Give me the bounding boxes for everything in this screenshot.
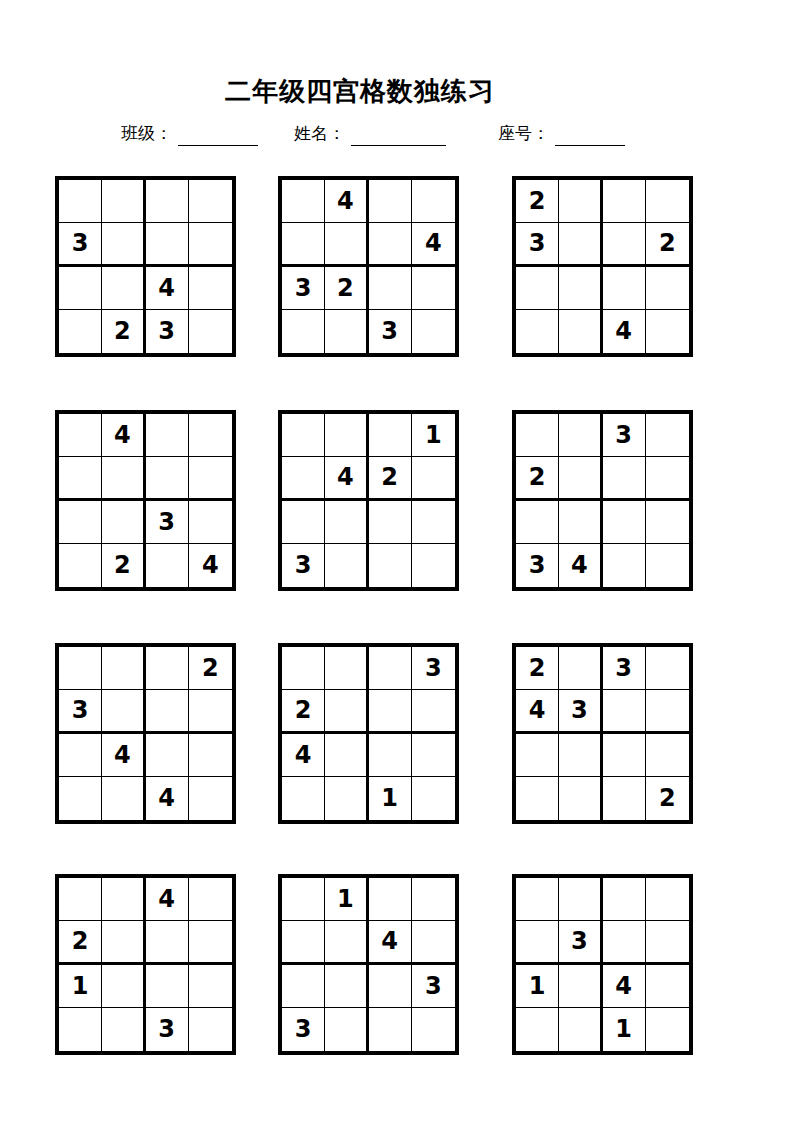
sudoku-cell-p10-r4c4-empty[interactable] <box>189 1008 232 1051</box>
sudoku-cell-p6-r4c3-empty[interactable] <box>603 544 646 587</box>
sudoku-cell-p12-r4c4-empty[interactable] <box>646 1008 689 1051</box>
sudoku-cell-p5-r4c2-empty[interactable] <box>325 544 368 587</box>
class-label: 班级： <box>121 122 172 146</box>
sudoku-cell-p4-r4c3-empty[interactable] <box>146 544 189 587</box>
sudoku-cell-p7-r4c1-empty[interactable] <box>59 777 102 820</box>
sudoku-cell-p5-r1c3-empty[interactable] <box>369 414 412 457</box>
sudoku-cell-p7-r3c4-empty[interactable] <box>189 734 232 777</box>
sudoku-cell-p9-r1c4-empty[interactable] <box>646 647 689 690</box>
sudoku-cell-p8-r2c2-empty[interactable] <box>325 690 368 733</box>
sudoku-cell-p11-r3c4-given: 3 <box>412 965 455 1008</box>
sudoku-cell-p2-r4c3-given: 3 <box>369 310 412 353</box>
sudoku-cell-p1-r4c4-empty[interactable] <box>189 310 232 353</box>
sudoku-cell-p8-r3c3-empty[interactable] <box>369 734 412 777</box>
sudoku-cell-p2-r3c3-empty[interactable] <box>369 267 412 310</box>
sudoku-board-2: 44323 <box>278 176 459 357</box>
sudoku-cell-p1-r1c2-empty[interactable] <box>102 180 145 223</box>
sudoku-cell-p8-r2c1-given: 2 <box>282 690 325 733</box>
sudoku-cell-p1-r3c3-given: 4 <box>146 267 189 310</box>
sudoku-cell-p10-r3c4-empty[interactable] <box>189 965 232 1008</box>
sudoku-board-7: 2344 <box>55 643 236 824</box>
sudoku-cell-p9-r2c3-empty[interactable] <box>603 690 646 733</box>
sudoku-cell-p4-r2c2-empty[interactable] <box>102 457 145 500</box>
sudoku-board-11: 1433 <box>278 874 459 1055</box>
sudoku-cell-p7-r2c4-empty[interactable] <box>189 690 232 733</box>
sudoku-cell-p6-r3c4-empty[interactable] <box>646 501 689 544</box>
sudoku-cell-p1-r4c1-empty[interactable] <box>59 310 102 353</box>
sudoku-cell-p2-r3c4-empty[interactable] <box>412 267 455 310</box>
sudoku-cell-p3-r1c3-empty[interactable] <box>603 180 646 223</box>
sudoku-cell-p9-r3c2-empty[interactable] <box>559 734 602 777</box>
sudoku-cell-p10-r3c2-empty[interactable] <box>102 965 145 1008</box>
sudoku-cell-p10-r2c2-empty[interactable] <box>102 921 145 964</box>
sudoku-cell-p2-r2c3-empty[interactable] <box>369 223 412 266</box>
sudoku-cell-p1-r3c1-empty[interactable] <box>59 267 102 310</box>
sudoku-cell-p9-r3c1-empty[interactable] <box>516 734 559 777</box>
sudoku-cell-p9-r3c3-empty[interactable] <box>603 734 646 777</box>
sudoku-cell-p9-r2c2-given: 3 <box>559 690 602 733</box>
sudoku-cell-p5-r4c4-empty[interactable] <box>412 544 455 587</box>
sudoku-cell-p6-r3c1-empty[interactable] <box>516 501 559 544</box>
sudoku-cell-p1-r4c2-given: 2 <box>102 310 145 353</box>
sudoku-cell-p6-r3c3-empty[interactable] <box>603 501 646 544</box>
sudoku-cell-p12-r2c1-empty[interactable] <box>516 921 559 964</box>
sudoku-cell-p5-r4c3-empty[interactable] <box>369 544 412 587</box>
sudoku-cell-p5-r1c2-empty[interactable] <box>325 414 368 457</box>
sudoku-board-4: 4324 <box>55 410 236 591</box>
sudoku-cell-p9-r1c1-given: 2 <box>516 647 559 690</box>
sudoku-cell-p11-r4c4-empty[interactable] <box>412 1008 455 1051</box>
sudoku-cell-p1-r2c3-empty[interactable] <box>146 223 189 266</box>
sudoku-cell-p10-r4c3-given: 3 <box>146 1008 189 1051</box>
sudoku-cell-p3-r2c3-empty[interactable] <box>603 223 646 266</box>
sudoku-cell-p3-r4c4-empty[interactable] <box>646 310 689 353</box>
sudoku-cell-p2-r4c4-empty[interactable] <box>412 310 455 353</box>
name-field: 姓名： <box>294 122 446 146</box>
sudoku-cell-p10-r1c1-empty[interactable] <box>59 878 102 921</box>
sudoku-cell-p8-r3c1-given: 4 <box>282 734 325 777</box>
sudoku-cell-p11-r4c3-empty[interactable] <box>369 1008 412 1051</box>
sudoku-cell-p3-r3c2-empty[interactable] <box>559 267 602 310</box>
sudoku-board-6: 3234 <box>512 410 693 591</box>
sudoku-cell-p3-r2c2-empty[interactable] <box>559 223 602 266</box>
sudoku-cell-p6-r4c1-given: 3 <box>516 544 559 587</box>
sudoku-cell-p2-r1c4-empty[interactable] <box>412 180 455 223</box>
sudoku-cell-p7-r3c2-given: 4 <box>102 734 145 777</box>
sudoku-cell-p11-r1c3-empty[interactable] <box>369 878 412 921</box>
sudoku-cell-p2-r4c1-empty[interactable] <box>282 310 325 353</box>
sudoku-cell-p3-r4c1-empty[interactable] <box>516 310 559 353</box>
sudoku-board-5: 1423 <box>278 410 459 591</box>
sudoku-board-8: 3241 <box>278 643 459 824</box>
sudoku-cell-p8-r4c2-empty[interactable] <box>325 777 368 820</box>
sudoku-cell-p8-r1c1-empty[interactable] <box>282 647 325 690</box>
sudoku-cell-p10-r1c4-empty[interactable] <box>189 878 232 921</box>
sudoku-cell-p10-r2c4-empty[interactable] <box>189 921 232 964</box>
sudoku-cell-p12-r1c4-empty[interactable] <box>646 878 689 921</box>
sudoku-cell-p5-r1c1-empty[interactable] <box>282 414 325 457</box>
sudoku-cell-p7-r3c1-empty[interactable] <box>59 734 102 777</box>
sudoku-cell-p7-r1c2-empty[interactable] <box>102 647 145 690</box>
sudoku-cell-p11-r2c1-empty[interactable] <box>282 921 325 964</box>
seat-blank-line[interactable] <box>555 130 625 146</box>
sudoku-cell-p10-r1c2-empty[interactable] <box>102 878 145 921</box>
sudoku-cell-p4-r1c3-empty[interactable] <box>146 414 189 457</box>
sudoku-cell-p12-r2c2-given: 3 <box>559 921 602 964</box>
sudoku-cell-p8-r4c3-given: 1 <box>369 777 412 820</box>
sudoku-cell-p11-r4c1-given: 3 <box>282 1008 325 1051</box>
sudoku-cell-p9-r3c4-empty[interactable] <box>646 734 689 777</box>
sudoku-cell-p4-r1c2-given: 4 <box>102 414 145 457</box>
sudoku-cell-p5-r3c2-empty[interactable] <box>325 501 368 544</box>
sudoku-cell-p12-r4c1-empty[interactable] <box>516 1008 559 1051</box>
name-blank-line[interactable] <box>351 130 446 146</box>
seat-label: 座号： <box>498 122 549 146</box>
sudoku-cell-p6-r1c1-empty[interactable] <box>516 414 559 457</box>
sudoku-cell-p8-r3c2-empty[interactable] <box>325 734 368 777</box>
worksheet-title: 二年级四宫格数独练习 <box>0 74 720 109</box>
sudoku-cell-p5-r4c1-given: 3 <box>282 544 325 587</box>
sudoku-cell-p10-r1c3-given: 4 <box>146 878 189 921</box>
sudoku-cell-p12-r3c4-empty[interactable] <box>646 965 689 1008</box>
sudoku-cell-p4-r3c3-given: 3 <box>146 501 189 544</box>
sudoku-cell-p7-r1c4-given: 2 <box>189 647 232 690</box>
sudoku-cell-p3-r4c2-empty[interactable] <box>559 310 602 353</box>
sudoku-cell-p8-r1c3-empty[interactable] <box>369 647 412 690</box>
sudoku-cell-p3-r1c2-empty[interactable] <box>559 180 602 223</box>
sudoku-cell-p7-r4c2-empty[interactable] <box>102 777 145 820</box>
sudoku-cell-p12-r3c2-empty[interactable] <box>559 965 602 1008</box>
sudoku-cell-p5-r2c4-empty[interactable] <box>412 457 455 500</box>
sudoku-board-12: 3141 <box>512 874 693 1055</box>
sudoku-cell-p5-r3c4-empty[interactable] <box>412 501 455 544</box>
sudoku-cell-p3-r3c1-empty[interactable] <box>516 267 559 310</box>
sudoku-cell-p4-r1c1-empty[interactable] <box>59 414 102 457</box>
sudoku-cell-p11-r2c4-empty[interactable] <box>412 921 455 964</box>
sudoku-cell-p4-r2c4-empty[interactable] <box>189 457 232 500</box>
name-label: 姓名： <box>294 122 345 146</box>
sudoku-cell-p8-r3c4-empty[interactable] <box>412 734 455 777</box>
sudoku-cell-p6-r1c3-given: 3 <box>603 414 646 457</box>
sudoku-cell-p6-r4c2-given: 4 <box>559 544 602 587</box>
sudoku-cell-p2-r1c2-given: 4 <box>325 180 368 223</box>
sudoku-cell-p9-r1c3-given: 3 <box>603 647 646 690</box>
sudoku-cell-p4-r3c1-empty[interactable] <box>59 501 102 544</box>
sudoku-board-10: 4213 <box>55 874 236 1055</box>
sudoku-cell-p6-r1c4-empty[interactable] <box>646 414 689 457</box>
sudoku-cell-p7-r2c1-given: 3 <box>59 690 102 733</box>
sudoku-cell-p9-r4c1-empty[interactable] <box>516 777 559 820</box>
sudoku-cell-p5-r3c1-empty[interactable] <box>282 501 325 544</box>
sudoku-cell-p2-r3c1-given: 3 <box>282 267 325 310</box>
sudoku-cell-p2-r1c1-empty[interactable] <box>282 180 325 223</box>
sudoku-cell-p8-r1c4-given: 3 <box>412 647 455 690</box>
worksheet-page: 二年级四宫格数独练习 班级： 姓名： 座号： 34234432323244324… <box>0 0 793 1122</box>
sudoku-cell-p6-r1c2-empty[interactable] <box>559 414 602 457</box>
sudoku-cell-p9-r2c1-given: 4 <box>516 690 559 733</box>
sudoku-cell-p1-r2c2-empty[interactable] <box>102 223 145 266</box>
sudoku-cell-p2-r2c2-empty[interactable] <box>325 223 368 266</box>
sudoku-cell-p1-r4c3-given: 3 <box>146 310 189 353</box>
sudoku-cell-p1-r2c1-given: 3 <box>59 223 102 266</box>
sudoku-cell-p5-r3c3-empty[interactable] <box>369 501 412 544</box>
sudoku-cell-p11-r1c2-given: 1 <box>325 878 368 921</box>
sudoku-cell-p1-r2c4-empty[interactable] <box>189 223 232 266</box>
sudoku-cell-p11-r2c2-empty[interactable] <box>325 921 368 964</box>
sudoku-cell-p2-r2c4-given: 4 <box>412 223 455 266</box>
sudoku-cell-p4-r3c4-empty[interactable] <box>189 501 232 544</box>
sudoku-cell-p1-r1c3-empty[interactable] <box>146 180 189 223</box>
sudoku-cell-p3-r3c4-empty[interactable] <box>646 267 689 310</box>
sudoku-cell-p6-r2c3-empty[interactable] <box>603 457 646 500</box>
sudoku-cell-p12-r1c2-empty[interactable] <box>559 878 602 921</box>
sudoku-cell-p7-r1c1-empty[interactable] <box>59 647 102 690</box>
sudoku-cell-p10-r3c1-given: 1 <box>59 965 102 1008</box>
sudoku-cell-p12-r4c2-empty[interactable] <box>559 1008 602 1051</box>
sudoku-cell-p12-r1c3-empty[interactable] <box>603 878 646 921</box>
sudoku-cell-p12-r3c1-given: 1 <box>516 965 559 1008</box>
sudoku-cell-p11-r1c4-empty[interactable] <box>412 878 455 921</box>
class-blank-line[interactable] <box>178 130 258 146</box>
sudoku-cell-p12-r2c3-empty[interactable] <box>603 921 646 964</box>
sudoku-cell-p12-r2c4-empty[interactable] <box>646 921 689 964</box>
sudoku-cell-p9-r2c4-empty[interactable] <box>646 690 689 733</box>
sudoku-board-9: 23432 <box>512 643 693 824</box>
sudoku-board-1: 3423 <box>55 176 236 357</box>
seat-field: 座号： <box>498 122 625 146</box>
sudoku-cell-p1-r1c4-empty[interactable] <box>189 180 232 223</box>
header-fields: 班级： 姓名： 座号： <box>121 122 625 146</box>
sudoku-cell-p4-r2c3-empty[interactable] <box>146 457 189 500</box>
sudoku-cell-p9-r1c2-empty[interactable] <box>559 647 602 690</box>
sudoku-cell-p5-r2c1-empty[interactable] <box>282 457 325 500</box>
sudoku-cell-p3-r2c1-given: 3 <box>516 223 559 266</box>
sudoku-cell-p4-r2c1-empty[interactable] <box>59 457 102 500</box>
sudoku-cell-p8-r4c1-empty[interactable] <box>282 777 325 820</box>
sudoku-cell-p5-r2c2-given: 4 <box>325 457 368 500</box>
sudoku-cell-p6-r2c4-empty[interactable] <box>646 457 689 500</box>
sudoku-board-3: 2324 <box>512 176 693 357</box>
sudoku-cell-p8-r4c4-empty[interactable] <box>412 777 455 820</box>
sudoku-cell-p8-r1c2-empty[interactable] <box>325 647 368 690</box>
sudoku-cell-p7-r4c4-empty[interactable] <box>189 777 232 820</box>
sudoku-cell-p7-r2c2-empty[interactable] <box>102 690 145 733</box>
sudoku-cell-p9-r4c4-given: 2 <box>646 777 689 820</box>
sudoku-cell-p11-r3c2-empty[interactable] <box>325 965 368 1008</box>
sudoku-cell-p8-r2c4-empty[interactable] <box>412 690 455 733</box>
sudoku-cell-p4-r3c2-empty[interactable] <box>102 501 145 544</box>
sudoku-cell-p2-r1c3-empty[interactable] <box>369 180 412 223</box>
sudoku-cell-p7-r2c3-empty[interactable] <box>146 690 189 733</box>
sudoku-cell-p1-r3c4-empty[interactable] <box>189 267 232 310</box>
sudoku-cell-p4-r4c4-given: 4 <box>189 544 232 587</box>
sudoku-cell-p6-r2c1-given: 2 <box>516 457 559 500</box>
sudoku-cell-p6-r3c2-empty[interactable] <box>559 501 602 544</box>
sudoku-cell-p11-r1c1-empty[interactable] <box>282 878 325 921</box>
sudoku-cell-p12-r3c3-given: 4 <box>603 965 646 1008</box>
sudoku-cell-p1-r1c1-empty[interactable] <box>59 180 102 223</box>
sudoku-cell-p6-r2c2-empty[interactable] <box>559 457 602 500</box>
class-field: 班级： <box>121 122 258 146</box>
sudoku-cell-p4-r4c2-given: 2 <box>102 544 145 587</box>
sudoku-cell-p7-r4c3-given: 4 <box>146 777 189 820</box>
sudoku-cell-p7-r3c3-empty[interactable] <box>146 734 189 777</box>
sudoku-cell-p3-r4c3-given: 4 <box>603 310 646 353</box>
sudoku-cell-p4-r1c4-empty[interactable] <box>189 414 232 457</box>
sudoku-cell-p10-r3c3-empty[interactable] <box>146 965 189 1008</box>
sudoku-cell-p4-r4c1-empty[interactable] <box>59 544 102 587</box>
sudoku-cell-p11-r4c2-empty[interactable] <box>325 1008 368 1051</box>
sudoku-cell-p3-r1c1-given: 2 <box>516 180 559 223</box>
sudoku-cell-p3-r1c4-empty[interactable] <box>646 180 689 223</box>
sudoku-cell-p11-r3c3-empty[interactable] <box>369 965 412 1008</box>
sudoku-cell-p12-r4c3-given: 1 <box>603 1008 646 1051</box>
sudoku-cell-p3-r3c3-empty[interactable] <box>603 267 646 310</box>
sudoku-cell-p2-r2c1-empty[interactable] <box>282 223 325 266</box>
sudoku-cell-p9-r4c2-empty[interactable] <box>559 777 602 820</box>
sudoku-cell-p7-r1c3-empty[interactable] <box>146 647 189 690</box>
sudoku-cell-p11-r3c1-empty[interactable] <box>282 965 325 1008</box>
sudoku-cell-p8-r2c3-empty[interactable] <box>369 690 412 733</box>
sudoku-cell-p10-r4c1-empty[interactable] <box>59 1008 102 1051</box>
sudoku-cell-p1-r3c2-empty[interactable] <box>102 267 145 310</box>
sudoku-cell-p11-r2c3-given: 4 <box>369 921 412 964</box>
sudoku-cell-p3-r2c4-given: 2 <box>646 223 689 266</box>
sudoku-cell-p5-r1c4-given: 1 <box>412 414 455 457</box>
sudoku-cell-p12-r1c1-empty[interactable] <box>516 878 559 921</box>
sudoku-cell-p10-r2c3-empty[interactable] <box>146 921 189 964</box>
sudoku-cell-p10-r2c1-given: 2 <box>59 921 102 964</box>
sudoku-cell-p2-r3c2-given: 2 <box>325 267 368 310</box>
sudoku-cell-p10-r4c2-empty[interactable] <box>102 1008 145 1051</box>
sudoku-cell-p2-r4c2-empty[interactable] <box>325 310 368 353</box>
sudoku-cell-p5-r2c3-given: 2 <box>369 457 412 500</box>
sudoku-cell-p6-r4c4-empty[interactable] <box>646 544 689 587</box>
sudoku-cell-p9-r4c3-empty[interactable] <box>603 777 646 820</box>
